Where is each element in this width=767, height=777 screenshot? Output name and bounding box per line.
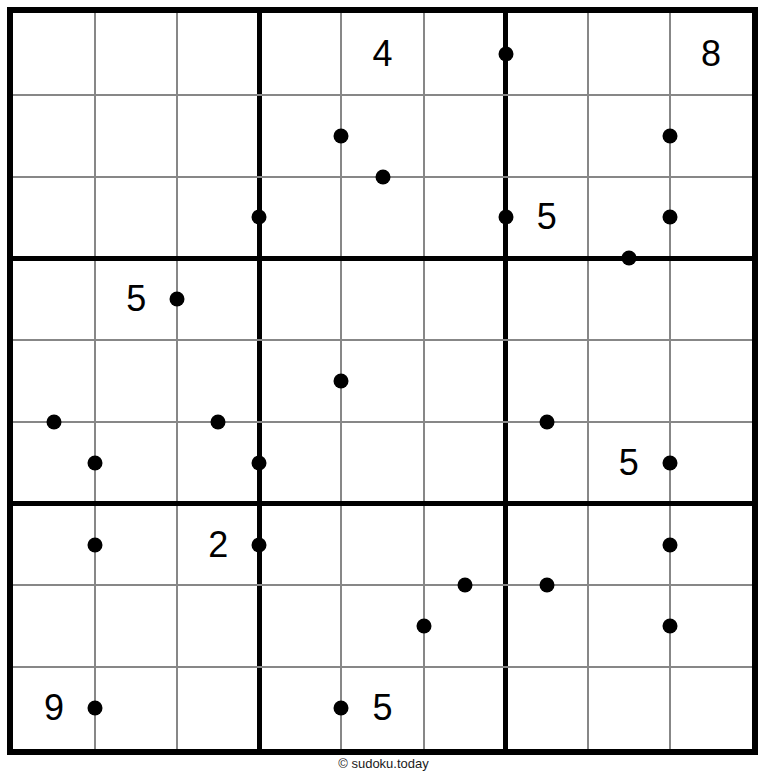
grid-line-vertical <box>176 13 178 749</box>
cell-r4c4[interactable] <box>259 258 341 340</box>
black-dot-r3c3-r3c4 <box>252 210 267 225</box>
cell-r1c5: 4 <box>341 13 423 95</box>
cell-r4c6[interactable] <box>424 258 506 340</box>
box-line-horizontal <box>13 256 752 261</box>
cell-r5c6[interactable] <box>424 340 506 422</box>
cell-r9c3[interactable] <box>177 667 259 749</box>
black-dot-r7c1-r7c2 <box>88 537 103 552</box>
black-dot-r5c3-r6c3 <box>211 414 226 429</box>
black-dot-r3c8-r4c8 <box>621 251 636 266</box>
cell-r6c1[interactable] <box>13 422 95 504</box>
cell-r8c1[interactable] <box>13 585 95 667</box>
grid-line-horizontal <box>13 421 752 423</box>
cell-r1c3[interactable] <box>177 13 259 95</box>
cell-r7c4[interactable] <box>259 504 341 586</box>
cell-r9c5: 5 <box>341 667 423 749</box>
black-dot-r9c1-r9c2 <box>88 701 103 716</box>
cell-r6c4[interactable] <box>259 422 341 504</box>
cell-r2c8[interactable] <box>588 95 670 177</box>
black-dot-r8c5-r8c6 <box>416 619 431 634</box>
cell-r8c7[interactable] <box>506 585 588 667</box>
cell-r1c1[interactable] <box>13 13 95 95</box>
black-dot-r5c4-r5c5 <box>334 374 349 389</box>
black-dot-r9c4-r9c5 <box>334 701 349 716</box>
cell-r3c1[interactable] <box>13 177 95 259</box>
black-dot-r6c8-r6c9 <box>662 455 677 470</box>
cell-r3c5[interactable] <box>341 177 423 259</box>
grid-line-horizontal <box>13 666 752 668</box>
cell-r4c8[interactable] <box>588 258 670 340</box>
black-dot-r7c8-r7c9 <box>662 537 677 552</box>
cell-r7c9[interactable] <box>670 504 752 586</box>
black-dot-r5c1-r6c1 <box>47 414 62 429</box>
black-dot-r7c7-r8c7 <box>539 578 554 593</box>
black-dot-r4c2-r4c3 <box>170 292 185 307</box>
cell-r5c3[interactable] <box>177 340 259 422</box>
cell-r4c3[interactable] <box>177 258 259 340</box>
cell-r9c2[interactable] <box>95 667 177 749</box>
cell-r7c5[interactable] <box>341 504 423 586</box>
black-dot-r1c6-r1c7 <box>498 46 513 61</box>
cell-r5c7[interactable] <box>506 340 588 422</box>
cell-r3c3[interactable] <box>177 177 259 259</box>
grid-line-horizontal <box>13 584 752 586</box>
cell-r2c7[interactable] <box>506 95 588 177</box>
cell-r5c1[interactable] <box>13 340 95 422</box>
cell-r6c8: 5 <box>588 422 670 504</box>
black-dot-r2c8-r2c9 <box>662 128 677 143</box>
cell-r5c5[interactable] <box>341 340 423 422</box>
cell-r8c3[interactable] <box>177 585 259 667</box>
cell-r6c2[interactable] <box>95 422 177 504</box>
cell-r4c1[interactable] <box>13 258 95 340</box>
cell-r1c4[interactable] <box>259 13 341 95</box>
puzzle-image: 48555295 © sudoku.today <box>0 0 767 777</box>
black-dot-r6c1-r6c2 <box>88 455 103 470</box>
cell-r1c8[interactable] <box>588 13 670 95</box>
cell-r2c4[interactable] <box>259 95 341 177</box>
cell-r6c6[interactable] <box>424 422 506 504</box>
cell-r2c9[interactable] <box>670 95 752 177</box>
cell-r3c2[interactable] <box>95 177 177 259</box>
cell-r5c2[interactable] <box>95 340 177 422</box>
cell-r9c8[interactable] <box>588 667 670 749</box>
cell-r4c9[interactable] <box>670 258 752 340</box>
cell-r8c5[interactable] <box>341 585 423 667</box>
cell-r3c8[interactable] <box>588 177 670 259</box>
copyright: © sudoku.today <box>0 756 767 771</box>
cell-r7c6[interactable] <box>424 504 506 586</box>
cell-r3c6[interactable] <box>424 177 506 259</box>
black-dot-r2c5-r3c5 <box>375 169 390 184</box>
cell-r5c8[interactable] <box>588 340 670 422</box>
cell-r8c2[interactable] <box>95 585 177 667</box>
black-dot-r7c3-r7c4 <box>252 537 267 552</box>
cell-r2c3[interactable] <box>177 95 259 177</box>
black-dot-r3c6-r3c7 <box>498 210 513 225</box>
grid-line-vertical <box>423 13 425 749</box>
cell-r3c7: 5 <box>506 177 588 259</box>
cell-r2c2[interactable] <box>95 95 177 177</box>
cell-r8c8[interactable] <box>588 585 670 667</box>
black-dot-r8c8-r8c9 <box>662 619 677 634</box>
cell-r4c7[interactable] <box>506 258 588 340</box>
cell-r7c8[interactable] <box>588 504 670 586</box>
grid-line-vertical <box>94 13 96 749</box>
cell-r4c2: 5 <box>95 258 177 340</box>
cell-r6c3[interactable] <box>177 422 259 504</box>
cell-r1c2[interactable] <box>95 13 177 95</box>
cell-r8c6[interactable] <box>424 585 506 667</box>
black-dot-r3c8-r3c9 <box>662 210 677 225</box>
cell-r7c1[interactable] <box>13 504 95 586</box>
cell-r2c5[interactable] <box>341 95 423 177</box>
box-line-vertical <box>257 13 262 749</box>
sudoku-board: 48555295 <box>7 7 758 755</box>
black-dot-r7c6-r8c6 <box>457 578 472 593</box>
cell-r2c1[interactable] <box>13 95 95 177</box>
cell-r7c7[interactable] <box>506 504 588 586</box>
cell-r5c4[interactable] <box>259 340 341 422</box>
cell-r1c9: 8 <box>670 13 752 95</box>
cell-r8c9[interactable] <box>670 585 752 667</box>
cell-r1c6[interactable] <box>424 13 506 95</box>
grid-line-vertical <box>587 13 589 749</box>
box-line-horizontal <box>13 501 752 506</box>
cell-r6c5[interactable] <box>341 422 423 504</box>
cell-r6c9[interactable] <box>670 422 752 504</box>
cell-r3c9[interactable] <box>670 177 752 259</box>
grid-line-horizontal <box>13 339 752 341</box>
grid-line-horizontal <box>13 94 752 96</box>
cell-r9c6[interactable] <box>424 667 506 749</box>
cell-r2c6[interactable] <box>424 95 506 177</box>
cell-r7c2[interactable] <box>95 504 177 586</box>
cell-r9c1: 9 <box>13 667 95 749</box>
cell-r9c7[interactable] <box>506 667 588 749</box>
cell-r8c4[interactable] <box>259 585 341 667</box>
black-dot-r6c3-r6c4 <box>252 455 267 470</box>
cell-r4c5[interactable] <box>341 258 423 340</box>
black-dot-r2c4-r2c5 <box>334 128 349 143</box>
cell-r3c4[interactable] <box>259 177 341 259</box>
cell-r7c3: 2 <box>177 504 259 586</box>
cell-r9c4[interactable] <box>259 667 341 749</box>
box-line-vertical <box>503 13 508 749</box>
cell-r1c7[interactable] <box>506 13 588 95</box>
cell-r5c9[interactable] <box>670 340 752 422</box>
black-dot-r5c7-r6c7 <box>539 414 554 429</box>
cell-r6c7[interactable] <box>506 422 588 504</box>
grid-line-vertical <box>669 13 671 749</box>
cell-r9c9[interactable] <box>670 667 752 749</box>
